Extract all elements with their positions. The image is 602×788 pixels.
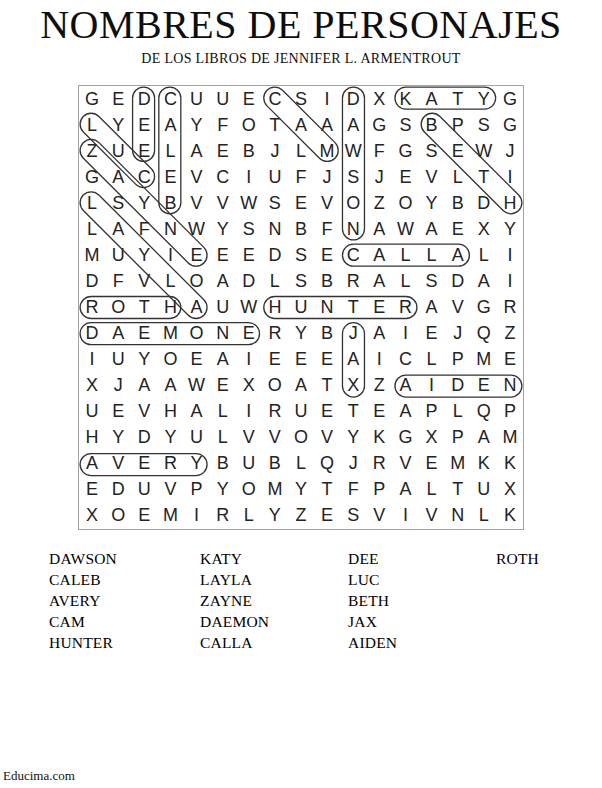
word-item-layla: LAYLA <box>200 569 269 590</box>
grid-cell-r1-c3: D <box>131 86 157 112</box>
word-item-calla: CALLA <box>200 632 269 653</box>
grid-cell-r11-c13: C <box>392 347 418 373</box>
grid-cell-r1-c4: C <box>157 86 183 112</box>
word-item-daemon: DAEMON <box>200 611 269 632</box>
grid-cell-r6-c3: F <box>131 216 157 242</box>
grid-cell-r3-c1: Z <box>79 138 105 164</box>
grid-cell-r16-c14: L <box>419 477 445 503</box>
grid-cell-r4-c14: V <box>419 164 445 190</box>
word-list-column-2: KATYLAYLAZAYNEDAEMONCALLA <box>200 548 269 653</box>
grid-cell-r5-c2: S <box>105 190 131 216</box>
grid-cell-r16-c17: X <box>497 477 523 503</box>
grid-cell-r3-c2: U <box>105 138 131 164</box>
grid-cell-r5-c4: B <box>157 190 183 216</box>
grid-cell-r5-c12: Z <box>366 190 392 216</box>
grid-cell-r5-c8: S <box>262 190 288 216</box>
grid-cell-r5-c13: O <box>392 190 418 216</box>
grid-cell-r10-c8: R <box>262 321 288 347</box>
grid-cell-r11-c12: I <box>366 347 392 373</box>
grid-cell-r8-c9: S <box>288 268 314 294</box>
grid-cell-r10-c11: J <box>340 321 366 347</box>
grid-cell-r3-c8: J <box>262 138 288 164</box>
grid-cell-r5-c15: B <box>445 190 471 216</box>
grid-cell-r4-c17: I <box>497 164 523 190</box>
grid-cell-r2-c2: Y <box>105 112 131 138</box>
grid-cell-r1-c13: K <box>392 86 418 112</box>
grid-cell-r15-c12: R <box>366 451 392 477</box>
grid-cell-r17-c3: E <box>131 503 157 529</box>
grid-cell-r9-c3: T <box>131 294 157 320</box>
grid-cell-r17-c9: Z <box>288 503 314 529</box>
grid-cell-r12-c16: E <box>471 373 497 399</box>
grid-cell-r8-c13: L <box>392 268 418 294</box>
grid-cell-r8-c7: D <box>236 268 262 294</box>
grid-cell-r8-c5: O <box>183 268 209 294</box>
grid-cell-r10-c4: M <box>157 321 183 347</box>
grid-cell-r9-c4: H <box>157 294 183 320</box>
grid-cell-r14-c9: O <box>288 425 314 451</box>
word-list: DAWSONCALEBAVERYCAMHUNTERKATYLAYLAZAYNED… <box>0 548 602 660</box>
grid-cell-r17-c11: S <box>340 503 366 529</box>
grid-cell-r14-c17: M <box>497 425 523 451</box>
grid-cell-r13-c14: P <box>419 399 445 425</box>
grid-cell-r10-c5: O <box>183 321 209 347</box>
grid-cell-r10-c15: J <box>445 321 471 347</box>
grid-cell-r11-c4: O <box>157 347 183 373</box>
grid-cell-r15-c10: Q <box>314 451 340 477</box>
grid-cell-r11-c11: A <box>340 347 366 373</box>
grid-cell-r4-c1: G <box>79 164 105 190</box>
grid-cell-r12-c11: X <box>340 373 366 399</box>
grid-cell-r14-c16: A <box>471 425 497 451</box>
grid-cell-r13-c3: V <box>131 399 157 425</box>
grid-cell-r3-c3: E <box>131 138 157 164</box>
grid-cell-r1-c9: S <box>288 86 314 112</box>
header: NOMBRES DE PERSONAJES DE LOS LIBROS DE J… <box>0 0 602 67</box>
grid-cell-r7-c16: L <box>471 242 497 268</box>
grid-cell-r2-c6: F <box>210 112 236 138</box>
grid-cell-r5-c3: Y <box>131 190 157 216</box>
grid-cell-r3-c7: B <box>236 138 262 164</box>
grid-cell-r16-c12: P <box>366 477 392 503</box>
grid-cell-r13-c12: E <box>366 399 392 425</box>
grid-cell-r1-c15: T <box>445 86 471 112</box>
grid-cell-r15-c4: R <box>157 451 183 477</box>
grid-cell-r15-c1: A <box>79 451 105 477</box>
grid-cell-r4-c7: I <box>236 164 262 190</box>
grid-cell-r1-c12: X <box>366 86 392 112</box>
grid-cell-r12-c12: Z <box>366 373 392 399</box>
grid-cell-r4-c9: F <box>288 164 314 190</box>
grid-cell-r1-c6: U <box>210 86 236 112</box>
grid-cell-r11-c6: A <box>210 347 236 373</box>
grid-cell-r8-c1: D <box>79 268 105 294</box>
grid-cell-r6-c5: W <box>183 216 209 242</box>
grid-cell-r15-c16: K <box>471 451 497 477</box>
word-item-hunter: HUNTER <box>49 632 117 653</box>
grid-cell-r9-c15: V <box>445 294 471 320</box>
grid-cell-r17-c16: L <box>471 503 497 529</box>
grid-cell-r6-c2: A <box>105 216 131 242</box>
grid-cell-r3-c14: S <box>419 138 445 164</box>
grid-cell-r16-c6: Y <box>210 477 236 503</box>
grid-cell-r12-c13: A <box>392 373 418 399</box>
grid-cell-r1-c1: G <box>79 86 105 112</box>
grid-cell-r4-c11: S <box>340 164 366 190</box>
grid-cell-r6-c8: N <box>262 216 288 242</box>
grid-cell-r12-c1: X <box>79 373 105 399</box>
word-item-aiden: AIDEN <box>348 632 397 653</box>
grid-cell-r10-c6: N <box>210 321 236 347</box>
word-item-caleb: CALEB <box>49 569 117 590</box>
grid-cell-r17-c6: R <box>210 503 236 529</box>
grid-cell-r7-c6: E <box>210 242 236 268</box>
grid-cell-r9-c8: H <box>262 294 288 320</box>
word-item-luc: LUC <box>348 569 397 590</box>
grid-cell-r2-c4: A <box>157 112 183 138</box>
grid-cell-r14-c8: V <box>262 425 288 451</box>
grid-cell-r17-c8: Y <box>262 503 288 529</box>
grid-cell-r6-c4: N <box>157 216 183 242</box>
grid-cell-r6-c13: W <box>392 216 418 242</box>
grid-cell-r6-c9: B <box>288 216 314 242</box>
grid-cell-r11-c2: U <box>105 347 131 373</box>
grid-cell-r16-c10: T <box>314 477 340 503</box>
grid-cell-r11-c5: E <box>183 347 209 373</box>
grid-cell-r16-c7: O <box>236 477 262 503</box>
grid-cell-r1-c11: D <box>340 86 366 112</box>
grid-cell-r16-c16: U <box>471 477 497 503</box>
grid-cell-r12-c10: T <box>314 373 340 399</box>
grid-cell-r15-c9: L <box>288 451 314 477</box>
grid-cell-r11-c7: I <box>236 347 262 373</box>
grid-cell-r10-c9: Y <box>288 321 314 347</box>
grid-cell-r8-c14: S <box>419 268 445 294</box>
grid-cell-r14-c10: V <box>314 425 340 451</box>
grid-cell-r9-c7: W <box>236 294 262 320</box>
grid-cell-r8-c6: A <box>210 268 236 294</box>
grid-cell-r8-c8: L <box>262 268 288 294</box>
grid-cell-r14-c5: U <box>183 425 209 451</box>
page-title: NOMBRES DE PERSONAJES <box>0 3 602 47</box>
grid-cell-r12-c3: A <box>131 373 157 399</box>
grid-cell-r5-c11: O <box>340 190 366 216</box>
grid-cell-r9-c12: E <box>366 294 392 320</box>
grid-cell-r2-c1: L <box>79 112 105 138</box>
grid-cell-r13-c9: U <box>288 399 314 425</box>
grid-cell-r6-c16: X <box>471 216 497 242</box>
grid-cell-r7-c3: Y <box>131 242 157 268</box>
grid-cell-r9-c1: R <box>79 294 105 320</box>
grid-cell-r15-c14: E <box>419 451 445 477</box>
grid-cell-r7-c5: E <box>183 242 209 268</box>
grid-cell-r14-c6: L <box>210 425 236 451</box>
word-item-cam: CAM <box>49 611 117 632</box>
grid-cell-r14-c4: Y <box>157 425 183 451</box>
grid-cell-r10-c3: E <box>131 321 157 347</box>
grid-cell-r17-c7: L <box>236 503 262 529</box>
grid-cell-r1-c5: U <box>183 86 209 112</box>
grid-cell-r6-c7: S <box>236 216 262 242</box>
grid-cell-r14-c3: D <box>131 425 157 451</box>
grid-cell-r13-c7: I <box>236 399 262 425</box>
grid-cell-r12-c8: O <box>262 373 288 399</box>
grid-cell-r4-c6: C <box>210 164 236 190</box>
grid-cell-r4-c12: J <box>366 164 392 190</box>
grid-cell-r8-c2: F <box>105 268 131 294</box>
grid-cell-r3-c5: A <box>183 138 209 164</box>
grid-cell-r2-c17: G <box>497 112 523 138</box>
grid-cell-r2-c8: T <box>262 112 288 138</box>
grid-cell-r6-c10: F <box>314 216 340 242</box>
grid-cell-r16-c8: M <box>262 477 288 503</box>
grid-cell-r4-c10: J <box>314 164 340 190</box>
grid-cell-r13-c13: A <box>392 399 418 425</box>
grid-cell-r9-c9: U <box>288 294 314 320</box>
grid-cell-r3-c6: E <box>210 138 236 164</box>
grid-cell-r13-c4: H <box>157 399 183 425</box>
grid-cell-r5-c16: D <box>471 190 497 216</box>
grid-cell-r13-c16: Q <box>471 399 497 425</box>
grid-cell-r7-c7: E <box>236 242 262 268</box>
grid-cell-r16-c3: U <box>131 477 157 503</box>
grid-cell-r9-c6: U <box>210 294 236 320</box>
grid-cell-r4-c15: L <box>445 164 471 190</box>
grid-cell-r1-c10: I <box>314 86 340 112</box>
grid-cell-r8-c10: B <box>314 268 340 294</box>
grid-cell-r1-c8: C <box>262 86 288 112</box>
grid-cell-r3-c10: M <box>314 138 340 164</box>
grid-cell-r9-c11: T <box>340 294 366 320</box>
grid-cell-r7-c1: M <box>79 242 105 268</box>
word-item-beth: BETH <box>348 590 397 611</box>
grid-cell-r11-c10: E <box>314 347 340 373</box>
grid-cell-r2-c15: P <box>445 112 471 138</box>
grid-cell-r9-c17: R <box>497 294 523 320</box>
grid-cell-r16-c2: D <box>105 477 131 503</box>
grid-cell-r11-c17: E <box>497 347 523 373</box>
grid-cell-r3-c9: L <box>288 138 314 164</box>
grid-cell-r15-c8: B <box>262 451 288 477</box>
grid-cell-r10-c17: Z <box>497 321 523 347</box>
grid-cell-r7-c4: I <box>157 242 183 268</box>
grid-cell-r8-c16: A <box>471 268 497 294</box>
grid-cell-r7-c12: A <box>366 242 392 268</box>
grid-cell-r5-c1: L <box>79 190 105 216</box>
grid-cell-r16-c5: P <box>183 477 209 503</box>
grid-cell-r6-c17: Y <box>497 216 523 242</box>
word-item-roth: ROTH <box>496 548 539 569</box>
grid-cell-r14-c1: H <box>79 425 105 451</box>
grid-cell-r2-c16: S <box>471 112 497 138</box>
grid-cell-r16-c11: F <box>340 477 366 503</box>
word-item-zayne: ZAYNE <box>200 590 269 611</box>
grid-cell-r3-c4: L <box>157 138 183 164</box>
grid-cell-r16-c9: Y <box>288 477 314 503</box>
grid-cell-r1-c7: E <box>236 86 262 112</box>
grid-cell-r4-c8: U <box>262 164 288 190</box>
grid-cell-r15-c17: K <box>497 451 523 477</box>
grid-cell-r4-c2: A <box>105 164 131 190</box>
grid-cell-r17-c4: M <box>157 503 183 529</box>
grid-cell-r5-c6: V <box>210 190 236 216</box>
grid-cell-r3-c16: W <box>471 138 497 164</box>
grid-cell-r9-c2: O <box>105 294 131 320</box>
grid-cell-r2-c11: A <box>340 112 366 138</box>
word-item-avery: AVERY <box>49 590 117 611</box>
grid-cell-r12-c14: I <box>419 373 445 399</box>
grid-cell-r9-c5: A <box>183 294 209 320</box>
grid-cell-r13-c15: L <box>445 399 471 425</box>
grid-cell-r17-c17: K <box>497 503 523 529</box>
word-list-column-3: DEELUCBETHJAXAIDEN <box>348 548 397 653</box>
grid-cell-r6-c15: E <box>445 216 471 242</box>
grid-cell-r9-c10: N <box>314 294 340 320</box>
grid-cell-r17-c13: I <box>392 503 418 529</box>
grid-cell-r8-c3: V <box>131 268 157 294</box>
grid-cell-r3-c11: W <box>340 138 366 164</box>
grid-cell-r11-c3: Y <box>131 347 157 373</box>
grid-cell-r12-c2: J <box>105 373 131 399</box>
grid-cell-r1-c14: A <box>419 86 445 112</box>
worksheet-page: NOMBRES DE PERSONAJES DE LOS LIBROS DE J… <box>0 0 602 788</box>
grid-cell-r15-c6: B <box>210 451 236 477</box>
grid-cell-r16-c15: T <box>445 477 471 503</box>
grid-cell-r14-c13: G <box>392 425 418 451</box>
grid-cell-r5-c9: E <box>288 190 314 216</box>
grid-cell-r7-c13: L <box>392 242 418 268</box>
grid-cell-r6-c12: A <box>366 216 392 242</box>
grid-cell-r6-c1: L <box>79 216 105 242</box>
grid-cell-r5-c14: Y <box>419 190 445 216</box>
grid-cell-r10-c16: Q <box>471 321 497 347</box>
grid-cell-r6-c11: N <box>340 216 366 242</box>
grid-cell-r7-c11: C <box>340 242 366 268</box>
grid-cell-r4-c5: V <box>183 164 209 190</box>
grid-cell-r9-c14: A <box>419 294 445 320</box>
grid-cell-r10-c10: B <box>314 321 340 347</box>
grid-cell-r9-c13: R <box>392 294 418 320</box>
grid-cell-r7-c10: E <box>314 242 340 268</box>
grid-cell-r15-c3: E <box>131 451 157 477</box>
grid-cell-r7-c8: D <box>262 242 288 268</box>
grid-cell-r4-c3: C <box>131 164 157 190</box>
grid-cell-r1-c17: G <box>497 86 523 112</box>
grid-cell-r17-c15: N <box>445 503 471 529</box>
grid-cell-r2-c7: O <box>236 112 262 138</box>
grid-cell-r12-c15: D <box>445 373 471 399</box>
word-item-jax: JAX <box>348 611 397 632</box>
grid-cell-r13-c8: R <box>262 399 288 425</box>
grid-cell-r1-c2: E <box>105 86 131 112</box>
grid-cell-r8-c15: D <box>445 268 471 294</box>
grid-cell-r6-c14: A <box>419 216 445 242</box>
page-subtitle: DE LOS LIBROS DE JENNIFER L. ARMENTROUT <box>0 51 602 67</box>
grid-cell-r2-c13: S <box>392 112 418 138</box>
grid-cell-r13-c2: E <box>105 399 131 425</box>
grid-cell-r4-c13: E <box>392 164 418 190</box>
grid-cell-r10-c2: A <box>105 321 131 347</box>
word-item-katy: KATY <box>200 548 269 569</box>
grid-cell-r16-c4: V <box>157 477 183 503</box>
grid-cell-r6-c6: Y <box>210 216 236 242</box>
grid-cell-r4-c16: T <box>471 164 497 190</box>
grid-cell-r12-c7: X <box>236 373 262 399</box>
grid-cell-r2-c3: E <box>131 112 157 138</box>
grid-cell-r15-c7: U <box>236 451 262 477</box>
grid-cell-r13-c6: L <box>210 399 236 425</box>
grid-cell-r8-c12: A <box>366 268 392 294</box>
word-item-dee: DEE <box>348 548 397 569</box>
grid-cell-r8-c17: I <box>497 268 523 294</box>
grid-cell-r11-c1: I <box>79 347 105 373</box>
grid-cell-r7-c14: L <box>419 242 445 268</box>
grid-cell-r10-c14: E <box>419 321 445 347</box>
grid-cell-r5-c7: W <box>236 190 262 216</box>
grid-cell-r14-c12: K <box>366 425 392 451</box>
grid-cell-r13-c10: E <box>314 399 340 425</box>
grid-cell-r3-c17: J <box>497 138 523 164</box>
grid-cell-r10-c13: I <box>392 321 418 347</box>
grid-cell-r17-c5: I <box>183 503 209 529</box>
grid-cell-r17-c10: E <box>314 503 340 529</box>
grid-cell-r17-c2: O <box>105 503 131 529</box>
grid-cell-r7-c2: U <box>105 242 131 268</box>
grid-cell-r15-c13: V <box>392 451 418 477</box>
grid-cell-r11-c9: E <box>288 347 314 373</box>
grid-cell-r11-c14: L <box>419 347 445 373</box>
grid-cell-r14-c2: Y <box>105 425 131 451</box>
grid-cell-r11-c8: E <box>262 347 288 373</box>
grid-cell-r5-c10: V <box>314 190 340 216</box>
grid-cell-r15-c11: J <box>340 451 366 477</box>
footer-credit: Educima.com <box>3 768 75 784</box>
grid-cell-r5-c17: H <box>497 190 523 216</box>
grid-cell-r2-c9: A <box>288 112 314 138</box>
grid-cell-r2-c5: Y <box>183 112 209 138</box>
grid-cell-r17-c14: V <box>419 503 445 529</box>
grid-cell-r15-c5: Y <box>183 451 209 477</box>
grid-cell-r12-c6: E <box>210 373 236 399</box>
grid-cell-r12-c5: W <box>183 373 209 399</box>
grid-cell-r7-c17: I <box>497 242 523 268</box>
grid-cell-r14-c11: Y <box>340 425 366 451</box>
grid-cell-r13-c11: T <box>340 399 366 425</box>
grid-cell-r14-c14: X <box>419 425 445 451</box>
grid-cell-r3-c15: E <box>445 138 471 164</box>
word-item-dawson: DAWSON <box>49 548 117 569</box>
grid-cell-r7-c9: S <box>288 242 314 268</box>
grid-cell-r8-c11: R <box>340 268 366 294</box>
grid-cell-r2-c12: G <box>366 112 392 138</box>
grid-cell-r11-c16: M <box>471 347 497 373</box>
grid-cell-r10-c1: D <box>79 321 105 347</box>
grid-cell-r13-c1: U <box>79 399 105 425</box>
letter-grid: GEDCUUECSIDXKATYGLYEAYFOTAAAGSBPSGZUELAE… <box>79 86 523 529</box>
grid-cell-r10-c12: A <box>366 321 392 347</box>
grid-cell-r3-c12: F <box>366 138 392 164</box>
word-list-column-1: DAWSONCALEBAVERYCAMHUNTER <box>49 548 117 653</box>
grid-cell-r12-c4: A <box>157 373 183 399</box>
grid-cell-r14-c7: V <box>236 425 262 451</box>
grid-cell-r14-c15: P <box>445 425 471 451</box>
grid-cell-r8-c4: L <box>157 268 183 294</box>
grid-cell-r17-c1: X <box>79 503 105 529</box>
word-search-board: GEDCUUECSIDXKATYGLYEAYFOTAAAGSBPSGZUELAE… <box>78 85 524 530</box>
grid-cell-r15-c2: V <box>105 451 131 477</box>
grid-cell-r13-c17: P <box>497 399 523 425</box>
grid-cell-r12-c17: N <box>497 373 523 399</box>
